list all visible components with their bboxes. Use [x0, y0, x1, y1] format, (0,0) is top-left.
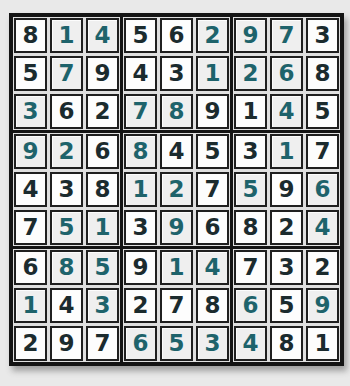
cell-r3c8[interactable]: 4 — [270, 94, 303, 129]
cell-r2c6[interactable]: 1 — [196, 56, 229, 91]
cell-r7c3[interactable]: 5 — [86, 250, 119, 285]
cell-r5c1[interactable]: 4 — [14, 172, 47, 207]
cell-r5c5[interactable]: 2 — [160, 172, 193, 207]
cell-r6c9[interactable]: 4 — [306, 210, 339, 245]
cell-r6c8[interactable]: 2 — [270, 210, 303, 245]
cell-r8c6[interactable]: 8 — [196, 288, 229, 323]
cell-r1c6[interactable]: 2 — [196, 18, 229, 53]
cell-r8c4[interactable]: 2 — [124, 288, 157, 323]
cell-r9c5[interactable]: 5 — [160, 326, 193, 361]
cell-r4c4[interactable]: 8 — [124, 134, 157, 169]
cell-r7c5[interactable]: 1 — [160, 250, 193, 285]
cell-r9c4[interactable]: 6 — [124, 326, 157, 361]
cell-r6c4[interactable]: 3 — [124, 210, 157, 245]
page: 8145793625624317899732681459264387518451… — [0, 0, 350, 386]
cell-r7c9[interactable]: 2 — [306, 250, 339, 285]
cell-r3c5[interactable]: 8 — [160, 94, 193, 129]
cell-r5c4[interactable]: 1 — [124, 172, 157, 207]
cell-r2c2[interactable]: 7 — [50, 56, 83, 91]
cell-r2c8[interactable]: 6 — [270, 56, 303, 91]
cell-r9c8[interactable]: 8 — [270, 326, 303, 361]
cell-r7c1[interactable]: 6 — [14, 250, 47, 285]
cell-r6c5[interactable]: 9 — [160, 210, 193, 245]
cell-r7c4[interactable]: 9 — [124, 250, 157, 285]
box-1: 814579362 — [13, 17, 120, 130]
cell-r1c8[interactable]: 7 — [270, 18, 303, 53]
cell-r2c3[interactable]: 9 — [86, 56, 119, 91]
cell-r3c1[interactable]: 3 — [14, 94, 47, 129]
cell-r5c2[interactable]: 3 — [50, 172, 83, 207]
cell-r3c4[interactable]: 7 — [124, 94, 157, 129]
cell-r4c1[interactable]: 9 — [14, 134, 47, 169]
cell-r5c3[interactable]: 8 — [86, 172, 119, 207]
cell-r2c9[interactable]: 8 — [306, 56, 339, 91]
cell-r1c5[interactable]: 6 — [160, 18, 193, 53]
cell-r8c8[interactable]: 5 — [270, 288, 303, 323]
cell-r6c2[interactable]: 5 — [50, 210, 83, 245]
cell-r4c8[interactable]: 1 — [270, 134, 303, 169]
cell-r3c3[interactable]: 2 — [86, 94, 119, 129]
cell-r1c9[interactable]: 3 — [306, 18, 339, 53]
cell-r2c1[interactable]: 5 — [14, 56, 47, 91]
cell-r9c7[interactable]: 4 — [234, 326, 267, 361]
cell-r9c2[interactable]: 9 — [50, 326, 83, 361]
cell-r4c7[interactable]: 3 — [234, 134, 267, 169]
cell-r2c5[interactable]: 3 — [160, 56, 193, 91]
box-9: 732659481 — [233, 249, 340, 362]
cell-r1c7[interactable]: 9 — [234, 18, 267, 53]
box-8: 914278653 — [123, 249, 230, 362]
box-5: 845127396 — [123, 133, 230, 246]
cell-r8c5[interactable]: 7 — [160, 288, 193, 323]
cell-r9c3[interactable]: 7 — [86, 326, 119, 361]
cell-r5c6[interactable]: 7 — [196, 172, 229, 207]
box-3: 973268145 — [233, 17, 340, 130]
cell-r3c6[interactable]: 9 — [196, 94, 229, 129]
cell-r1c3[interactable]: 4 — [86, 18, 119, 53]
cell-r2c4[interactable]: 4 — [124, 56, 157, 91]
cell-r7c7[interactable]: 7 — [234, 250, 267, 285]
cell-r6c7[interactable]: 8 — [234, 210, 267, 245]
cell-r9c1[interactable]: 2 — [14, 326, 47, 361]
cell-r4c9[interactable]: 7 — [306, 134, 339, 169]
cell-r1c4[interactable]: 5 — [124, 18, 157, 53]
box-7: 685143297 — [13, 249, 120, 362]
cell-r6c6[interactable]: 6 — [196, 210, 229, 245]
cell-r6c1[interactable]: 7 — [14, 210, 47, 245]
cell-r3c7[interactable]: 1 — [234, 94, 267, 129]
box-6: 317596824 — [233, 133, 340, 246]
cell-r7c2[interactable]: 8 — [50, 250, 83, 285]
cell-r4c5[interactable]: 4 — [160, 134, 193, 169]
cell-r3c9[interactable]: 5 — [306, 94, 339, 129]
cell-r4c3[interactable]: 6 — [86, 134, 119, 169]
cell-r8c9[interactable]: 9 — [306, 288, 339, 323]
cell-r4c2[interactable]: 2 — [50, 134, 83, 169]
cell-r9c9[interactable]: 1 — [306, 326, 339, 361]
box-2: 562431789 — [123, 17, 230, 130]
cell-r1c1[interactable]: 8 — [14, 18, 47, 53]
cell-r8c7[interactable]: 6 — [234, 288, 267, 323]
cell-r8c1[interactable]: 1 — [14, 288, 47, 323]
cell-r7c8[interactable]: 3 — [270, 250, 303, 285]
box-4: 926438751 — [13, 133, 120, 246]
sudoku-board: 8145793625624317899732681459264387518451… — [9, 13, 344, 366]
cell-r4c6[interactable]: 5 — [196, 134, 229, 169]
cell-r1c2[interactable]: 1 — [50, 18, 83, 53]
cell-r8c2[interactable]: 4 — [50, 288, 83, 323]
cell-r7c6[interactable]: 4 — [196, 250, 229, 285]
cell-r2c7[interactable]: 2 — [234, 56, 267, 91]
cell-r6c3[interactable]: 1 — [86, 210, 119, 245]
cell-r8c3[interactable]: 3 — [86, 288, 119, 323]
cell-r3c2[interactable]: 6 — [50, 94, 83, 129]
cell-r5c9[interactable]: 6 — [306, 172, 339, 207]
cell-r9c6[interactable]: 3 — [196, 326, 229, 361]
cell-r5c8[interactable]: 9 — [270, 172, 303, 207]
cell-r5c7[interactable]: 5 — [234, 172, 267, 207]
